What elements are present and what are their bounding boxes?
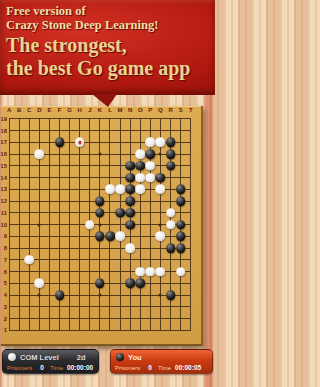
intersection[interactable] <box>166 289 176 301</box>
intersection[interactable] <box>186 160 196 172</box>
intersection[interactable] <box>44 137 54 149</box>
intersection[interactable] <box>95 148 105 160</box>
intersection[interactable] <box>65 219 75 231</box>
intersection[interactable] <box>135 184 145 196</box>
intersection[interactable] <box>105 172 115 184</box>
intersection[interactable] <box>54 242 64 254</box>
intersection[interactable] <box>24 266 34 278</box>
intersection[interactable] <box>155 125 165 137</box>
intersection[interactable] <box>125 125 135 137</box>
intersection[interactable] <box>135 325 145 337</box>
intersection[interactable] <box>105 207 115 219</box>
intersection[interactable] <box>115 254 125 266</box>
intersection[interactable] <box>176 289 186 301</box>
intersection[interactable] <box>4 325 14 337</box>
intersection[interactable] <box>155 207 165 219</box>
intersection[interactable] <box>186 219 196 231</box>
intersection[interactable] <box>155 325 165 337</box>
intersection[interactable] <box>186 278 196 290</box>
intersection[interactable] <box>145 160 155 172</box>
intersection[interactable] <box>166 242 176 254</box>
intersection[interactable] <box>186 148 196 160</box>
intersection[interactable] <box>14 313 24 325</box>
intersection[interactable] <box>105 289 115 301</box>
intersection[interactable] <box>14 137 24 149</box>
intersection[interactable] <box>44 148 54 160</box>
intersection[interactable] <box>75 289 85 301</box>
intersection[interactable] <box>145 125 155 137</box>
intersection[interactable] <box>85 172 95 184</box>
intersection[interactable] <box>95 219 105 231</box>
intersection[interactable] <box>65 207 75 219</box>
intersection[interactable] <box>65 301 75 313</box>
intersection[interactable] <box>24 113 34 125</box>
intersection[interactable] <box>54 148 64 160</box>
intersection[interactable] <box>34 172 44 184</box>
intersection[interactable] <box>125 242 135 254</box>
intersection[interactable] <box>166 313 176 325</box>
intersection[interactable] <box>14 207 24 219</box>
intersection[interactable] <box>4 313 14 325</box>
intersection[interactable] <box>24 125 34 137</box>
intersection[interactable] <box>145 242 155 254</box>
intersection[interactable] <box>24 172 34 184</box>
intersection[interactable] <box>75 172 85 184</box>
intersection[interactable] <box>14 278 24 290</box>
intersection[interactable] <box>155 184 165 196</box>
intersection[interactable] <box>155 160 165 172</box>
intersection[interactable] <box>4 137 14 149</box>
intersection[interactable] <box>4 207 14 219</box>
intersection[interactable] <box>34 254 44 266</box>
intersection[interactable] <box>44 172 54 184</box>
intersection[interactable] <box>34 125 44 137</box>
intersection[interactable] <box>105 313 115 325</box>
intersection[interactable] <box>115 148 125 160</box>
intersection[interactable] <box>85 231 95 243</box>
intersection[interactable] <box>85 137 95 149</box>
intersection[interactable] <box>95 301 105 313</box>
intersection[interactable] <box>186 195 196 207</box>
intersection[interactable] <box>125 184 135 196</box>
intersection[interactable] <box>75 113 85 125</box>
intersection[interactable] <box>115 184 125 196</box>
intersection[interactable] <box>105 113 115 125</box>
intersection[interactable] <box>65 125 75 137</box>
intersection[interactable] <box>115 172 125 184</box>
intersection[interactable] <box>145 113 155 125</box>
intersection[interactable] <box>166 113 176 125</box>
intersection[interactable] <box>44 125 54 137</box>
intersection[interactable] <box>176 278 186 290</box>
intersection[interactable] <box>14 231 24 243</box>
intersection[interactable] <box>65 278 75 290</box>
intersection[interactable] <box>115 160 125 172</box>
intersection[interactable] <box>115 231 125 243</box>
intersection[interactable] <box>24 278 34 290</box>
intersection[interactable] <box>155 301 165 313</box>
promo-banner[interactable]: Free version of Crazy Stone Deep Learnin… <box>0 0 215 95</box>
intersection[interactable] <box>75 254 85 266</box>
intersection[interactable] <box>34 195 44 207</box>
intersection[interactable] <box>65 325 75 337</box>
intersection[interactable] <box>65 172 75 184</box>
intersection[interactable] <box>125 289 135 301</box>
intersection[interactable] <box>4 172 14 184</box>
intersection[interactable] <box>65 195 75 207</box>
intersection[interactable] <box>4 148 14 160</box>
intersection[interactable] <box>24 195 34 207</box>
intersection[interactable] <box>54 160 64 172</box>
intersection[interactable] <box>14 160 24 172</box>
intersection[interactable] <box>65 266 75 278</box>
intersection[interactable] <box>14 184 24 196</box>
intersection[interactable] <box>54 301 64 313</box>
intersection[interactable] <box>145 172 155 184</box>
intersection[interactable] <box>145 137 155 149</box>
intersection[interactable] <box>105 266 115 278</box>
intersection[interactable] <box>4 231 14 243</box>
intersection[interactable] <box>135 301 145 313</box>
intersection[interactable] <box>186 266 196 278</box>
intersection[interactable] <box>125 313 135 325</box>
intersection[interactable] <box>176 148 186 160</box>
intersection[interactable] <box>85 266 95 278</box>
intersection[interactable] <box>176 160 186 172</box>
intersection[interactable] <box>54 289 64 301</box>
intersection[interactable] <box>65 289 75 301</box>
intersection[interactable] <box>34 231 44 243</box>
intersection[interactable] <box>145 184 155 196</box>
intersection[interactable] <box>85 160 95 172</box>
intersection[interactable] <box>34 301 44 313</box>
intersection[interactable] <box>65 231 75 243</box>
intersection[interactable] <box>85 184 95 196</box>
intersection[interactable] <box>115 325 125 337</box>
intersection[interactable] <box>166 125 176 137</box>
intersection[interactable] <box>176 219 186 231</box>
intersection[interactable] <box>75 184 85 196</box>
intersection[interactable] <box>155 278 165 290</box>
intersection[interactable] <box>54 313 64 325</box>
intersection[interactable] <box>105 219 115 231</box>
intersection[interactable] <box>54 266 64 278</box>
intersection[interactable] <box>135 231 145 243</box>
intersection[interactable] <box>176 125 186 137</box>
intersection[interactable] <box>34 325 44 337</box>
intersection[interactable] <box>95 172 105 184</box>
intersection[interactable] <box>176 231 186 243</box>
intersection[interactable] <box>54 195 64 207</box>
intersection[interactable] <box>34 242 44 254</box>
intersection[interactable] <box>176 207 186 219</box>
intersection[interactable] <box>65 313 75 325</box>
intersection[interactable] <box>125 148 135 160</box>
intersection[interactable] <box>44 207 54 219</box>
intersection[interactable] <box>4 113 14 125</box>
intersection[interactable] <box>176 313 186 325</box>
intersection[interactable] <box>4 254 14 266</box>
intersection[interactable] <box>4 184 14 196</box>
intersection[interactable] <box>65 137 75 149</box>
intersection[interactable] <box>115 207 125 219</box>
intersection[interactable] <box>34 148 44 160</box>
intersection[interactable] <box>85 125 95 137</box>
intersection[interactable] <box>166 172 176 184</box>
intersection[interactable] <box>125 219 135 231</box>
intersection[interactable] <box>155 113 165 125</box>
intersection[interactable] <box>14 219 24 231</box>
intersection[interactable] <box>85 278 95 290</box>
intersection[interactable] <box>95 184 105 196</box>
intersection[interactable] <box>186 254 196 266</box>
intersection[interactable] <box>166 301 176 313</box>
intersection[interactable] <box>54 278 64 290</box>
intersection[interactable] <box>54 137 64 149</box>
intersection[interactable] <box>54 325 64 337</box>
intersection[interactable] <box>4 266 14 278</box>
intersection[interactable] <box>4 219 14 231</box>
intersection[interactable] <box>166 325 176 337</box>
intersection[interactable] <box>145 231 155 243</box>
intersection[interactable] <box>155 313 165 325</box>
intersection[interactable] <box>105 137 115 149</box>
intersection[interactable] <box>75 301 85 313</box>
intersection[interactable] <box>105 325 115 337</box>
intersection[interactable] <box>115 113 125 125</box>
intersection[interactable] <box>105 242 115 254</box>
intersection[interactable] <box>145 289 155 301</box>
intersection[interactable] <box>125 325 135 337</box>
intersection[interactable] <box>34 289 44 301</box>
intersection[interactable] <box>166 219 176 231</box>
intersection[interactable] <box>125 266 135 278</box>
intersection[interactable] <box>186 172 196 184</box>
intersection[interactable] <box>125 160 135 172</box>
intersection[interactable] <box>115 266 125 278</box>
intersection[interactable] <box>176 137 186 149</box>
intersection[interactable] <box>44 231 54 243</box>
intersection[interactable] <box>105 301 115 313</box>
intersection[interactable] <box>155 289 165 301</box>
intersection[interactable] <box>34 278 44 290</box>
intersection[interactable] <box>115 313 125 325</box>
intersection[interactable] <box>125 172 135 184</box>
intersection[interactable] <box>75 137 85 149</box>
intersection[interactable] <box>95 313 105 325</box>
intersection[interactable] <box>135 242 145 254</box>
intersection[interactable] <box>14 289 24 301</box>
intersection[interactable] <box>44 325 54 337</box>
intersection[interactable] <box>115 195 125 207</box>
intersection[interactable] <box>85 207 95 219</box>
intersection[interactable] <box>54 184 64 196</box>
intersection[interactable] <box>95 242 105 254</box>
intersection[interactable] <box>44 313 54 325</box>
intersection[interactable] <box>115 242 125 254</box>
intersection[interactable] <box>176 184 186 196</box>
intersection[interactable] <box>105 184 115 196</box>
intersection[interactable] <box>14 325 24 337</box>
intersection[interactable] <box>54 172 64 184</box>
intersection[interactable] <box>95 289 105 301</box>
intersection[interactable] <box>166 254 176 266</box>
intersection[interactable] <box>176 242 186 254</box>
intersection[interactable] <box>44 266 54 278</box>
intersection[interactable] <box>44 113 54 125</box>
intersection[interactable] <box>176 301 186 313</box>
intersection[interactable] <box>24 242 34 254</box>
intersection[interactable] <box>166 278 176 290</box>
intersection[interactable] <box>95 160 105 172</box>
intersection[interactable] <box>75 278 85 290</box>
intersection[interactable] <box>186 184 196 196</box>
intersection[interactable] <box>155 137 165 149</box>
intersection[interactable] <box>75 160 85 172</box>
intersection[interactable] <box>44 195 54 207</box>
intersection[interactable] <box>135 148 145 160</box>
intersection[interactable] <box>85 289 95 301</box>
intersection[interactable] <box>145 278 155 290</box>
intersection[interactable] <box>65 242 75 254</box>
intersection[interactable] <box>155 231 165 243</box>
intersection[interactable] <box>14 113 24 125</box>
intersection[interactable] <box>85 325 95 337</box>
intersection[interactable] <box>186 325 196 337</box>
intersection[interactable] <box>44 184 54 196</box>
intersection[interactable] <box>115 278 125 290</box>
intersection[interactable] <box>105 160 115 172</box>
intersection[interactable] <box>155 266 165 278</box>
intersection[interactable] <box>34 219 44 231</box>
intersection[interactable] <box>125 195 135 207</box>
intersection[interactable] <box>95 125 105 137</box>
intersection[interactable] <box>65 148 75 160</box>
intersection[interactable] <box>166 160 176 172</box>
intersection[interactable] <box>135 113 145 125</box>
intersection[interactable] <box>145 301 155 313</box>
intersection[interactable] <box>186 301 196 313</box>
intersection[interactable] <box>85 113 95 125</box>
intersection[interactable] <box>155 172 165 184</box>
intersection[interactable] <box>145 207 155 219</box>
intersection[interactable] <box>135 195 145 207</box>
intersection[interactable] <box>14 266 24 278</box>
intersection[interactable] <box>135 313 145 325</box>
intersection[interactable] <box>4 125 14 137</box>
intersection[interactable] <box>186 125 196 137</box>
intersection[interactable] <box>176 325 186 337</box>
intersection[interactable] <box>95 113 105 125</box>
intersection[interactable] <box>166 184 176 196</box>
intersection[interactable] <box>115 137 125 149</box>
intersection[interactable] <box>186 289 196 301</box>
intersection[interactable] <box>95 137 105 149</box>
intersection[interactable] <box>65 254 75 266</box>
intersection[interactable] <box>24 148 34 160</box>
intersection[interactable] <box>24 207 34 219</box>
intersection[interactable] <box>44 254 54 266</box>
intersection[interactable] <box>186 137 196 149</box>
intersection[interactable] <box>24 325 34 337</box>
intersection[interactable] <box>166 266 176 278</box>
intersection[interactable] <box>95 278 105 290</box>
intersection[interactable] <box>14 254 24 266</box>
intersection[interactable] <box>125 137 135 149</box>
intersection[interactable] <box>145 148 155 160</box>
intersection[interactable] <box>75 242 85 254</box>
intersection[interactable] <box>44 242 54 254</box>
intersection[interactable] <box>24 184 34 196</box>
intersection[interactable] <box>125 231 135 243</box>
intersection[interactable] <box>155 242 165 254</box>
intersection[interactable] <box>176 172 186 184</box>
intersection[interactable] <box>85 254 95 266</box>
intersection[interactable] <box>75 195 85 207</box>
intersection[interactable] <box>14 242 24 254</box>
intersection[interactable] <box>24 137 34 149</box>
intersection[interactable] <box>145 313 155 325</box>
intersection[interactable] <box>115 301 125 313</box>
intersection[interactable] <box>14 301 24 313</box>
intersection[interactable] <box>105 195 115 207</box>
intersection[interactable] <box>75 148 85 160</box>
intersection[interactable] <box>145 325 155 337</box>
intersection[interactable] <box>186 231 196 243</box>
intersection[interactable] <box>95 266 105 278</box>
intersection[interactable] <box>24 254 34 266</box>
intersection[interactable] <box>34 184 44 196</box>
intersection[interactable] <box>4 195 14 207</box>
intersection[interactable] <box>95 231 105 243</box>
intersection[interactable] <box>125 207 135 219</box>
intersection[interactable] <box>145 219 155 231</box>
intersection[interactable] <box>176 266 186 278</box>
intersection[interactable] <box>135 254 145 266</box>
intersection[interactable] <box>105 278 115 290</box>
intersection[interactable] <box>95 325 105 337</box>
intersection[interactable] <box>54 113 64 125</box>
intersection[interactable] <box>24 231 34 243</box>
intersection[interactable] <box>14 172 24 184</box>
intersection[interactable] <box>54 254 64 266</box>
intersection[interactable] <box>75 219 85 231</box>
intersection[interactable] <box>166 195 176 207</box>
intersection[interactable] <box>105 231 115 243</box>
intersection[interactable] <box>24 289 34 301</box>
intersection[interactable] <box>44 278 54 290</box>
intersection[interactable] <box>125 113 135 125</box>
intersection[interactable] <box>176 195 186 207</box>
intersection[interactable] <box>85 301 95 313</box>
intersection[interactable] <box>14 148 24 160</box>
intersection[interactable] <box>135 266 145 278</box>
intersection[interactable] <box>166 207 176 219</box>
intersection[interactable] <box>75 266 85 278</box>
intersection[interactable] <box>54 125 64 137</box>
intersection[interactable] <box>44 289 54 301</box>
intersection[interactable] <box>75 207 85 219</box>
intersection[interactable] <box>34 113 44 125</box>
intersection[interactable] <box>166 137 176 149</box>
intersection[interactable] <box>4 242 14 254</box>
intersection[interactable] <box>135 289 145 301</box>
intersection[interactable] <box>54 207 64 219</box>
intersection[interactable] <box>155 219 165 231</box>
intersection[interactable] <box>4 278 14 290</box>
intersection[interactable] <box>75 125 85 137</box>
intersection[interactable] <box>44 160 54 172</box>
